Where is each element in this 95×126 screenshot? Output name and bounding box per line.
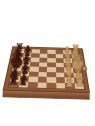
board-square: [56, 83, 65, 89]
board-square: [47, 67, 56, 72]
brass-clasp: [82, 66, 88, 70]
board-square: ♜: [74, 83, 84, 89]
board-square: ♛: [13, 61, 22, 66]
board-square: ♟: [63, 58, 72, 63]
board-square: ♟: [65, 83, 75, 89]
white-knight-piece: ♞: [73, 70, 85, 83]
board-square: [28, 82, 38, 88]
white-rook-piece: ♜: [71, 44, 81, 55]
chess-board-frame: ♜♟♟♜♞♟♟♞♝♟♟♝♛♟♟♛♚♟♟♚♝♟♟♝♞♟♟♞♜♟♟♜: [3, 46, 90, 92]
board-front-edge: [3, 90, 90, 100]
board-square: [47, 58, 55, 63]
chess-set-scene: ♜♟♟♜♞♟♟♞♝♟♟♝♛♟♟♛♚♟♟♚♝♟♟♝♞♟♟♞♜♟♟♜: [7, 27, 87, 107]
board-square: [39, 62, 48, 67]
black-pawn-piece: ♟: [24, 45, 32, 54]
chess-board-grid: ♜♟♟♜♞♟♟♞♝♟♟♝♛♟♟♛♚♟♟♚♝♟♟♝♞♟♟♞♜♟♟♜: [9, 49, 84, 89]
board-square: [37, 82, 47, 88]
board-square: ♟: [64, 63, 73, 68]
black-pawn-piece: ♟: [21, 62, 30, 71]
product-photo-chess-set: { "game": "chess", "scene": { "descripti…: [0, 0, 95, 126]
board-square: ♛: [72, 63, 81, 68]
board-square: [46, 82, 55, 88]
